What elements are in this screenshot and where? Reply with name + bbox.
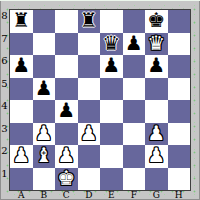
square-b7[interactable] (33, 33, 56, 56)
square-g1[interactable] (145, 168, 168, 191)
chess-diagram-frame: 87654321 ♜♜♚♛♟♛♟♟♟♟♟♟♟♟♟♝♟♟♚ ABCDEFGH (0, 0, 200, 200)
square-a2[interactable]: ♟ (10, 145, 33, 168)
rank-label-7: 7 (0, 33, 9, 56)
file-labels: ABCDEFGH (10, 190, 190, 200)
black-rook-d8[interactable]: ♜ (80, 10, 98, 30)
file-label-d: D (78, 190, 101, 200)
square-d3[interactable]: ♟ (78, 123, 101, 146)
square-e2[interactable] (100, 145, 123, 168)
square-f8[interactable] (123, 10, 146, 33)
white-pawn-g2[interactable]: ♟ (147, 145, 165, 165)
square-c7[interactable] (55, 33, 78, 56)
file-label-e: E (100, 190, 123, 200)
square-h5[interactable] (168, 78, 191, 101)
square-d4[interactable] (78, 100, 101, 123)
square-c1[interactable]: ♚ (55, 168, 78, 191)
square-e3[interactable] (100, 123, 123, 146)
white-pawn-g3[interactable]: ♟ (147, 123, 165, 143)
square-c8[interactable] (55, 10, 78, 33)
black-pawn-g6[interactable]: ♟ (147, 55, 165, 75)
white-pawn-d3[interactable]: ♟ (80, 123, 98, 143)
square-d5[interactable] (78, 78, 101, 101)
square-g6[interactable]: ♟ (145, 55, 168, 78)
square-e1[interactable] (100, 168, 123, 191)
square-b5[interactable]: ♟ (33, 78, 56, 101)
black-pawn-a6[interactable]: ♟ (12, 55, 30, 75)
rank-label-8: 8 (0, 10, 9, 33)
white-pawn-a2[interactable]: ♟ (12, 145, 30, 165)
square-f7[interactable]: ♟ (123, 33, 146, 56)
square-h6[interactable] (168, 55, 191, 78)
square-d1[interactable] (78, 168, 101, 191)
square-c2[interactable]: ♟ (55, 145, 78, 168)
black-rook-a8[interactable]: ♜ (12, 10, 30, 30)
square-a7[interactable] (10, 33, 33, 56)
rank-label-4: 4 (0, 100, 9, 123)
square-c3[interactable] (55, 123, 78, 146)
white-bishop-b2[interactable]: ♝ (35, 145, 53, 165)
square-h8[interactable] (168, 10, 191, 33)
black-pawn-f7[interactable]: ♟ (125, 33, 143, 53)
square-d7[interactable] (78, 33, 101, 56)
square-h2[interactable] (168, 145, 191, 168)
square-c5[interactable] (55, 78, 78, 101)
rank-label-2: 2 (0, 145, 9, 168)
square-f3[interactable] (123, 123, 146, 146)
white-king-c1[interactable]: ♚ (57, 168, 75, 188)
white-pawn-b3[interactable]: ♟ (35, 123, 53, 143)
file-label-h: H (168, 190, 191, 200)
square-e7[interactable]: ♛ (100, 33, 123, 56)
square-b4[interactable] (33, 100, 56, 123)
white-pawn-c2[interactable]: ♟ (57, 145, 75, 165)
square-g7[interactable]: ♛ (145, 33, 168, 56)
square-b6[interactable] (33, 55, 56, 78)
square-h4[interactable] (168, 100, 191, 123)
square-f2[interactable] (123, 145, 146, 168)
square-b3[interactable]: ♟ (33, 123, 56, 146)
file-label-a: A (10, 190, 33, 200)
square-f6[interactable] (123, 55, 146, 78)
rank-label-6: 6 (0, 55, 9, 78)
rank-labels: 87654321 (0, 10, 9, 190)
square-g8[interactable]: ♚ (145, 10, 168, 33)
square-a5[interactable] (10, 78, 33, 101)
square-d6[interactable] (78, 55, 101, 78)
square-c4[interactable]: ♟ (55, 100, 78, 123)
square-a3[interactable] (10, 123, 33, 146)
square-g5[interactable] (145, 78, 168, 101)
file-label-f: F (123, 190, 146, 200)
rank-label-1: 1 (0, 168, 9, 191)
square-g3[interactable]: ♟ (145, 123, 168, 146)
square-g2[interactable]: ♟ (145, 145, 168, 168)
file-label-c: C (55, 190, 78, 200)
square-c6[interactable] (55, 55, 78, 78)
black-pawn-c4[interactable]: ♟ (57, 100, 75, 120)
square-a6[interactable]: ♟ (10, 55, 33, 78)
square-b2[interactable]: ♝ (33, 145, 56, 168)
square-e5[interactable] (100, 78, 123, 101)
square-e8[interactable] (100, 10, 123, 33)
square-f5[interactable] (123, 78, 146, 101)
square-d8[interactable]: ♜ (78, 10, 101, 33)
square-a8[interactable]: ♜ (10, 10, 33, 33)
file-label-b: B (33, 190, 56, 200)
black-king-g8[interactable]: ♚ (147, 10, 165, 30)
square-g4[interactable] (145, 100, 168, 123)
square-b8[interactable] (33, 10, 56, 33)
black-pawn-b5[interactable]: ♟ (35, 78, 53, 98)
white-queen-g7[interactable]: ♛ (147, 33, 165, 53)
square-e4[interactable] (100, 100, 123, 123)
chess-board: ♜♜♚♛♟♛♟♟♟♟♟♟♟♟♟♝♟♟♚ (9, 9, 191, 191)
file-label-g: G (145, 190, 168, 200)
square-f1[interactable] (123, 168, 146, 191)
rank-label-3: 3 (0, 123, 9, 146)
square-e6[interactable]: ♟ (100, 55, 123, 78)
square-h7[interactable] (168, 33, 191, 56)
square-a4[interactable] (10, 100, 33, 123)
square-h1[interactable] (168, 168, 191, 191)
square-f4[interactable] (123, 100, 146, 123)
square-d2[interactable] (78, 145, 101, 168)
square-h3[interactable] (168, 123, 191, 146)
black-queen-e7[interactable]: ♛ (102, 33, 120, 53)
square-a1[interactable] (10, 168, 33, 191)
black-pawn-e6[interactable]: ♟ (102, 55, 120, 75)
rank-label-5: 5 (0, 78, 9, 101)
square-b1[interactable] (33, 168, 56, 191)
